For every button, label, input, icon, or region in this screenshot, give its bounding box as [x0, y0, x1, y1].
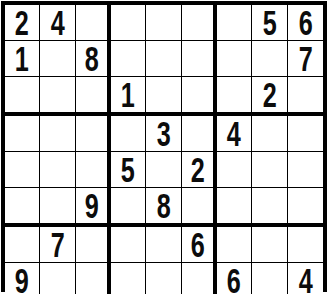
- cell-r8c2[interactable]: [40, 263, 75, 294]
- cell-r1c8[interactable]: 5: [252, 5, 287, 41]
- cell-r3c6[interactable]: [182, 77, 217, 116]
- cell-r8c1[interactable]: 9: [5, 263, 40, 294]
- cell-r6c5[interactable]: 8: [146, 188, 181, 227]
- cell-r7c3[interactable]: [76, 227, 111, 263]
- cell-r2c4[interactable]: [111, 41, 146, 77]
- cell-r7c2[interactable]: 7: [40, 227, 75, 263]
- cell-r8c5[interactable]: [146, 263, 181, 294]
- cell-r6c3[interactable]: 9: [76, 188, 111, 227]
- cell-r5c8[interactable]: [252, 152, 287, 188]
- sudoku-page: 245618712345298769645239: [0, 0, 329, 294]
- cell-r7c4[interactable]: [111, 227, 146, 263]
- cell-r6c8[interactable]: [252, 188, 287, 227]
- cell-r6c7[interactable]: [217, 188, 252, 227]
- cell-r1c2[interactable]: 4: [40, 5, 75, 41]
- cell-r5c5[interactable]: [146, 152, 181, 188]
- cell-r8c4[interactable]: [111, 263, 146, 294]
- cell-r7c8[interactable]: [252, 227, 287, 263]
- cell-r4c2[interactable]: [40, 116, 75, 152]
- given-digit: 6: [227, 263, 241, 294]
- cell-r1c5[interactable]: [146, 5, 181, 41]
- given-digit: 1: [15, 41, 29, 76]
- cell-r2c9[interactable]: 7: [288, 41, 323, 77]
- given-digit: 6: [190, 227, 204, 262]
- given-digit: 7: [298, 41, 312, 76]
- given-digit: 3: [156, 116, 170, 151]
- cell-r6c4[interactable]: [111, 188, 146, 227]
- cell-r8c7[interactable]: 6: [217, 263, 252, 294]
- given-digit: 8: [156, 188, 170, 223]
- given-digit: 2: [190, 152, 204, 187]
- cell-r1c7[interactable]: [217, 5, 252, 41]
- given-digit: 2: [15, 5, 29, 40]
- cell-r6c1[interactable]: [5, 188, 40, 227]
- cell-r1c1[interactable]: 2: [5, 5, 40, 41]
- cell-r6c9[interactable]: [288, 188, 323, 227]
- cell-r2c3[interactable]: 8: [76, 41, 111, 77]
- cell-r7c6[interactable]: 6: [182, 227, 217, 263]
- cell-r3c4[interactable]: 1: [111, 77, 146, 116]
- cell-r2c8[interactable]: [252, 41, 287, 77]
- cell-r4c1[interactable]: [5, 116, 40, 152]
- cell-r3c1[interactable]: [5, 77, 40, 116]
- cell-r8c9[interactable]: 4: [288, 263, 323, 294]
- cell-r3c5[interactable]: [146, 77, 181, 116]
- cell-r2c1[interactable]: 1: [5, 41, 40, 77]
- cell-r6c2[interactable]: [40, 188, 75, 227]
- cell-r4c6[interactable]: [182, 116, 217, 152]
- cell-r1c3[interactable]: [76, 5, 111, 41]
- cell-r5c2[interactable]: [40, 152, 75, 188]
- cell-r5c7[interactable]: [217, 152, 252, 188]
- cell-r4c4[interactable]: [111, 116, 146, 152]
- cell-r5c3[interactable]: [76, 152, 111, 188]
- cell-r2c7[interactable]: [217, 41, 252, 77]
- given-digit: 1: [121, 77, 135, 112]
- given-digit: 5: [121, 152, 135, 187]
- cell-r3c3[interactable]: [76, 77, 111, 116]
- sudoku-board: 245618712345298769645239: [1, 1, 327, 292]
- cell-r4c9[interactable]: [288, 116, 323, 152]
- cell-r3c9[interactable]: [288, 77, 323, 116]
- cell-r4c3[interactable]: [76, 116, 111, 152]
- cell-r2c2[interactable]: [40, 41, 75, 77]
- cell-r8c8[interactable]: [252, 263, 287, 294]
- cell-r8c3[interactable]: [76, 263, 111, 294]
- cell-r7c7[interactable]: [217, 227, 252, 263]
- cell-r3c2[interactable]: [40, 77, 75, 116]
- given-digit: 6: [298, 5, 312, 40]
- given-digit: 8: [84, 41, 98, 76]
- cell-r4c7[interactable]: 4: [217, 116, 252, 152]
- cell-r1c9[interactable]: 6: [288, 5, 323, 41]
- cell-r3c7[interactable]: [217, 77, 252, 116]
- cell-r1c4[interactable]: [111, 5, 146, 41]
- cell-r3c8[interactable]: 2: [252, 77, 287, 116]
- given-digit: 9: [84, 188, 98, 223]
- given-digit: 9: [15, 263, 29, 294]
- given-digit: 4: [227, 116, 241, 151]
- cell-r2c6[interactable]: [182, 41, 217, 77]
- cell-r1c6[interactable]: [182, 5, 217, 41]
- cell-r7c5[interactable]: [146, 227, 181, 263]
- cell-r7c1[interactable]: [5, 227, 40, 263]
- given-digit: 5: [262, 5, 276, 40]
- cell-r8c6[interactable]: [182, 263, 217, 294]
- cell-r5c1[interactable]: [5, 152, 40, 188]
- cell-r4c5[interactable]: 3: [146, 116, 181, 152]
- cell-r4c8[interactable]: [252, 116, 287, 152]
- given-digit: 4: [50, 5, 64, 40]
- given-digit: 2: [262, 77, 276, 112]
- cell-r2c5[interactable]: [146, 41, 181, 77]
- cell-r5c9[interactable]: [288, 152, 323, 188]
- cell-r7c9[interactable]: [288, 227, 323, 263]
- given-digit: 4: [298, 263, 312, 294]
- cell-r5c6[interactable]: 2: [182, 152, 217, 188]
- cell-r6c6[interactable]: [182, 188, 217, 227]
- cell-r5c4[interactable]: 5: [111, 152, 146, 188]
- given-digit: 7: [50, 227, 64, 262]
